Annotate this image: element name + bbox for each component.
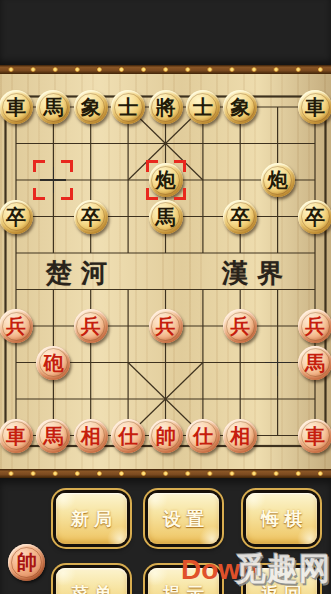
xiangqi-game-screen: 楚河 漢界 車馬象士將士象車炮炮卒卒馬卒卒兵兵兵兵兵砲馬車馬相仕帥仕相車 帥 新…	[0, 0, 331, 594]
piece-black-advisor-left[interactable]: 士	[111, 90, 145, 124]
settings-button-face: 设置	[148, 493, 219, 544]
piece-red-horse-left[interactable]: 馬	[36, 419, 70, 453]
river-label-right: 漢界	[222, 256, 292, 291]
menu-button-label: 菜单	[66, 582, 117, 594]
piece-black-elephant-left[interactable]: 象	[74, 90, 108, 124]
piece-black-cannon-right[interactable]: 炮	[261, 163, 295, 197]
piece-red-chariot-left[interactable]: 車	[0, 419, 33, 453]
top-stud-strip	[0, 65, 331, 74]
undo-button[interactable]: 悔棋	[243, 490, 320, 547]
piece-red-horse-edge[interactable]: 馬	[298, 346, 331, 380]
xiangqi-board[interactable]: 楚河 漢界 車馬象士將士象車炮炮卒卒馬卒卒兵兵兵兵兵砲馬車馬相仕帥仕相車	[0, 74, 331, 469]
bottom-menu-panel: 帥 新局 设置 悔棋 菜单 提示 返回	[0, 478, 331, 594]
piece-red-pawn-3[interactable]: 兵	[149, 309, 183, 343]
piece-black-general[interactable]: 將	[149, 90, 183, 124]
settings-button[interactable]: 设置	[145, 490, 222, 547]
red-general-turn-badge: 帥	[8, 544, 45, 581]
piece-red-pawn-5[interactable]: 兵	[298, 309, 331, 343]
piece-red-elephant-left[interactable]: 相	[74, 419, 108, 453]
piece-red-pawn-1[interactable]: 兵	[0, 309, 33, 343]
piece-red-advisor-left[interactable]: 仕	[111, 419, 145, 453]
piece-black-chariot-left[interactable]: 車	[0, 90, 33, 124]
piece-red-elephant-right[interactable]: 相	[223, 419, 257, 453]
piece-black-pawn-1[interactable]: 卒	[0, 200, 33, 234]
new-game-button-face: 新局	[56, 493, 127, 544]
settings-button-label: 设置	[158, 507, 209, 531]
top-wood-panel	[0, 0, 331, 65]
new-game-button-label: 新局	[66, 507, 117, 531]
watermark-site-logo: 觅趣网	[235, 548, 331, 590]
piece-red-pawn-2[interactable]: 兵	[74, 309, 108, 343]
piece-black-pawn-2[interactable]: 卒	[74, 200, 108, 234]
piece-black-advisor-right[interactable]: 士	[186, 90, 220, 124]
undo-button-label: 悔棋	[256, 507, 307, 531]
piece-black-elephant-right[interactable]: 象	[223, 90, 257, 124]
bottom-stud-strip	[0, 469, 331, 478]
piece-black-chariot-right[interactable]: 車	[298, 90, 331, 124]
menu-button[interactable]: 菜单	[53, 565, 130, 594]
undo-button-face: 悔棋	[246, 493, 317, 544]
piece-red-cannon-left[interactable]: 砲	[36, 346, 70, 380]
piece-red-general[interactable]: 帥	[149, 419, 183, 453]
piece-black-horse-center[interactable]: 馬	[149, 200, 183, 234]
menu-button-face: 菜单	[56, 568, 127, 594]
piece-black-cannon-center[interactable]: 炮	[149, 163, 183, 197]
piece-red-chariot-right[interactable]: 車	[298, 419, 331, 453]
river-label-left: 楚河	[46, 256, 116, 291]
new-game-button[interactable]: 新局	[53, 490, 130, 547]
piece-red-advisor-right[interactable]: 仕	[186, 419, 220, 453]
piece-black-pawn-3[interactable]: 卒	[223, 200, 257, 234]
piece-red-pawn-4[interactable]: 兵	[223, 309, 257, 343]
piece-black-pawn-4[interactable]: 卒	[298, 200, 331, 234]
